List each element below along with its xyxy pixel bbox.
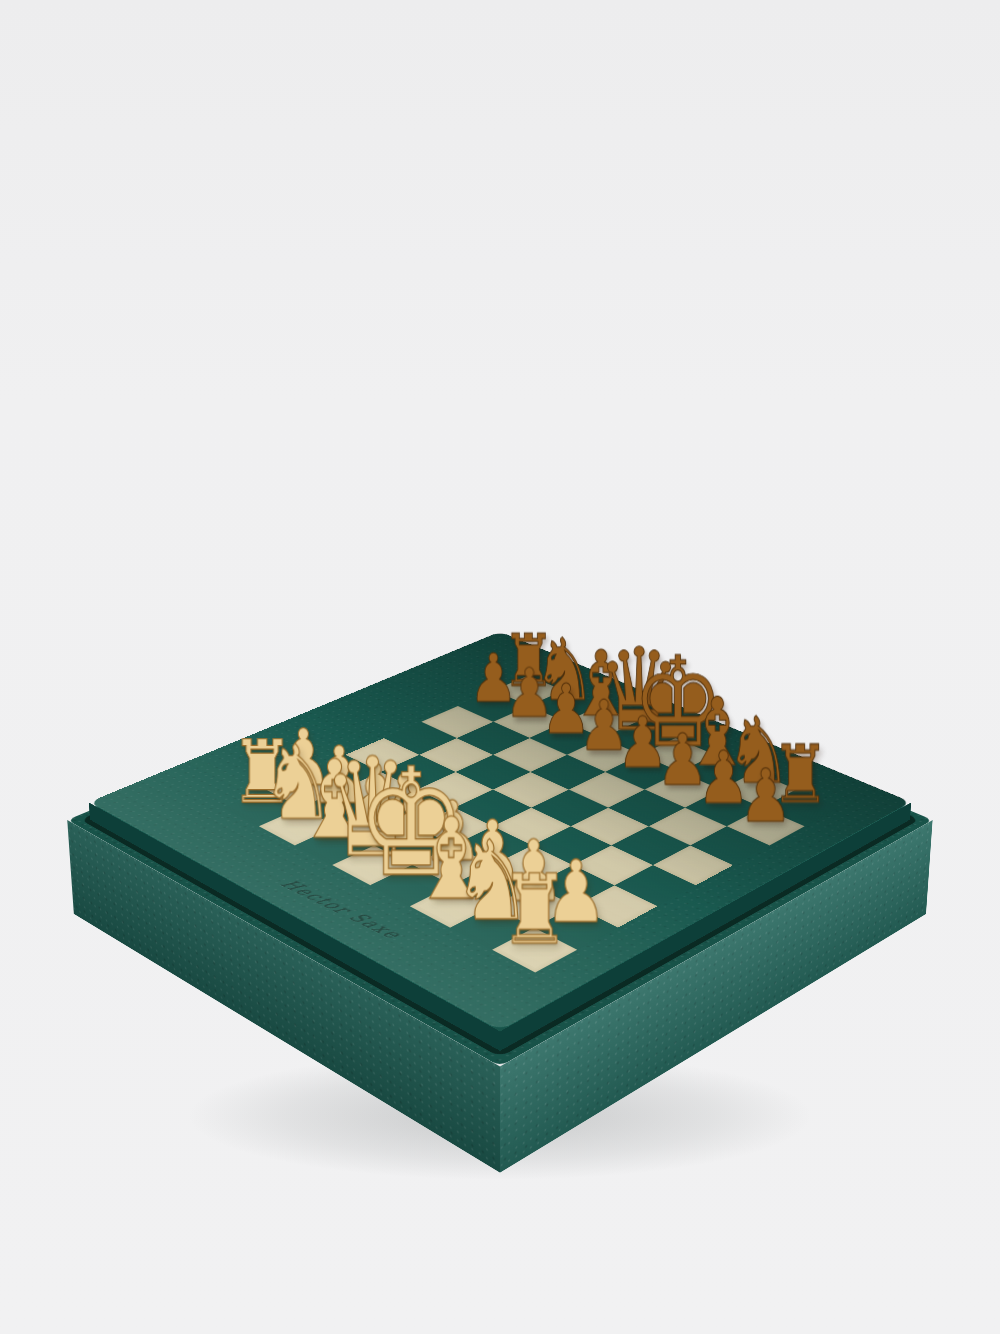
piece-light-rook-h1: ♜ <box>499 862 569 958</box>
scene: ♜♞♝♛♚♝♞♜♟♟♟♟♟♟♟♟♟♟♟♟♟♟♟♟♜♞♝♛♚♝♞♜ Hector … <box>0 0 1000 1334</box>
square-h7: ♟ <box>727 808 805 846</box>
product-photo-page: ♜♞♝♛♚♝♞♜♟♟♟♟♟♟♟♟♟♟♟♟♟♟♟♟♜♞♝♛♚♝♞♜ Hector … <box>0 0 1000 1334</box>
square-g5 <box>611 826 690 865</box>
piece-dark-pawn-h7: ♟ <box>739 759 793 832</box>
square-h1: ♜ <box>492 928 577 973</box>
